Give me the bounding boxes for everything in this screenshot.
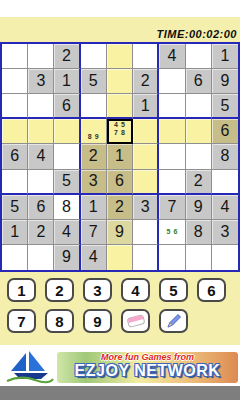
pencil-marks-r4c5: 4578	[108, 121, 131, 141]
sailboat-logo	[5, 350, 55, 388]
cell-r5c3[interactable]	[54, 144, 80, 169]
cell-r7c8[interactable]: 9	[186, 195, 212, 220]
cell-r7c1[interactable]: 5	[2, 195, 28, 220]
cell-r3c7[interactable]	[159, 94, 185, 119]
cell-r3c5[interactable]	[107, 94, 133, 119]
cell-r9c4[interactable]: 4	[81, 245, 107, 270]
cell-r1c2[interactable]	[28, 44, 54, 69]
cell-r1c1[interactable]	[2, 44, 28, 69]
cell-r9c7[interactable]	[159, 245, 185, 270]
cell-r8c1[interactable]: 1	[2, 220, 28, 245]
cell-r2c1[interactable]	[2, 69, 28, 94]
cell-r4c4[interactable]: 89	[81, 119, 107, 144]
cell-r9c5[interactable]	[107, 245, 133, 270]
cell-r8c9[interactable]: 3	[212, 220, 238, 245]
cell-r3c6[interactable]: 1	[133, 94, 159, 119]
cell-r8c8[interactable]: 8	[186, 220, 212, 245]
pencil-marks-r4c4: 89	[82, 121, 105, 141]
digit-key-2[interactable]: 2	[45, 278, 74, 302]
cell-r7c4[interactable]: 1	[81, 195, 107, 220]
cell-r3c8[interactable]	[186, 94, 212, 119]
pencil-icon	[165, 312, 183, 330]
bottom-bar	[0, 386, 240, 400]
cell-r2c7[interactable]	[159, 69, 185, 94]
cell-r1c5[interactable]	[107, 44, 133, 69]
cell-r9c3[interactable]: 9	[54, 245, 80, 270]
cell-r3c3[interactable]: 6	[54, 94, 80, 119]
cell-r6c9[interactable]	[212, 170, 238, 195]
digit-key-9[interactable]: 9	[83, 309, 112, 333]
cell-r1c7[interactable]: 4	[159, 44, 185, 69]
cell-r1c8[interactable]	[186, 44, 212, 69]
cell-r8c3[interactable]: 4	[54, 220, 80, 245]
timer-value: 00:02:00	[189, 28, 237, 40]
cell-r5c9[interactable]: 8	[212, 144, 238, 169]
digit-key-3[interactable]: 3	[83, 278, 112, 302]
sudoku-board: 2413152696158945786642185362568123794124…	[0, 42, 240, 272]
top-strip	[0, 0, 240, 17]
cell-r4c7[interactable]	[159, 119, 185, 144]
cell-r3c9[interactable]: 5	[212, 94, 238, 119]
banner-tagline: More fun Games from	[57, 352, 238, 362]
digit-key-5[interactable]: 5	[159, 278, 188, 302]
cell-r9c6[interactable]	[133, 245, 159, 270]
cell-r4c6[interactable]	[133, 119, 159, 144]
cell-r1c6[interactable]	[133, 44, 159, 69]
digit-key-1[interactable]: 1	[7, 278, 36, 302]
cell-r4c9[interactable]: 6	[212, 119, 238, 144]
number-keypad: 123456789	[0, 272, 240, 345]
cell-r8c5[interactable]: 9	[107, 220, 133, 245]
cell-r2c4[interactable]: 5	[81, 69, 107, 94]
cell-r5c4[interactable]: 2	[81, 144, 107, 169]
cell-r4c2[interactable]	[28, 119, 54, 144]
eraser-button[interactable]	[121, 309, 150, 333]
cell-r9c9[interactable]	[212, 245, 238, 270]
cell-r5c1[interactable]: 6	[2, 144, 28, 169]
cell-r7c5[interactable]: 2	[107, 195, 133, 220]
cell-r3c4[interactable]	[81, 94, 107, 119]
cell-r8c7[interactable]: 56	[159, 220, 185, 245]
cell-r6c2[interactable]	[28, 170, 54, 195]
cell-r7c7[interactable]: 7	[159, 195, 185, 220]
cell-r5c5[interactable]: 1	[107, 144, 133, 169]
cell-r4c8[interactable]	[186, 119, 212, 144]
cell-r3c2[interactable]	[28, 94, 54, 119]
cell-r7c6[interactable]: 3	[133, 195, 159, 220]
cell-r6c4[interactable]: 3	[81, 170, 107, 195]
timer: TIME:00:02:00	[157, 28, 238, 40]
cell-r6c8[interactable]: 2	[186, 170, 212, 195]
cell-r1c3[interactable]: 2	[54, 44, 80, 69]
cell-r4c3[interactable]	[54, 119, 80, 144]
cell-r8c2[interactable]: 2	[28, 220, 54, 245]
digit-key-8[interactable]: 8	[45, 309, 74, 333]
digit-key-6[interactable]: 6	[197, 278, 226, 302]
cell-r2c2[interactable]: 3	[28, 69, 54, 94]
cell-r1c9[interactable]: 1	[212, 44, 238, 69]
cell-r1c4[interactable]	[81, 44, 107, 69]
cell-r5c6[interactable]	[133, 144, 159, 169]
pencil-marks-r8c7: 56	[160, 222, 183, 242]
cell-r9c8[interactable]	[186, 245, 212, 270]
cell-r6c1[interactable]	[2, 170, 28, 195]
pencil-button[interactable]	[159, 309, 188, 333]
cell-r8c6[interactable]	[133, 220, 159, 245]
keypad-row-2: 789	[7, 309, 240, 333]
cell-r6c7[interactable]	[159, 170, 185, 195]
sudoku-app: TIME:00:02:00 24131526961589457866421853…	[0, 0, 240, 400]
digit-key-4[interactable]: 4	[121, 278, 150, 302]
cell-r2c9[interactable]: 9	[212, 69, 238, 94]
banner-brand: EZJOY NETWORK	[57, 362, 238, 380]
cell-r7c9[interactable]: 4	[212, 195, 238, 220]
cell-r5c7[interactable]	[159, 144, 185, 169]
cell-r6c6[interactable]	[133, 170, 159, 195]
cell-r8c4[interactable]: 7	[81, 220, 107, 245]
digit-key-7[interactable]: 7	[7, 309, 36, 333]
cell-r4c1[interactable]	[2, 119, 28, 144]
cell-r7c3[interactable]: 8	[54, 195, 80, 220]
eraser-icon	[126, 313, 146, 329]
cell-r3c1[interactable]	[2, 94, 28, 119]
keypad-row-1: 123456	[7, 278, 240, 302]
cell-r2c8[interactable]: 6	[186, 69, 212, 94]
cell-r2c5[interactable]	[107, 69, 133, 94]
cell-r9c2[interactable]	[28, 245, 54, 270]
cell-r6c3[interactable]: 5	[54, 170, 80, 195]
ad-banner[interactable]: More fun Games from EZJOY NETWORK	[0, 350, 240, 386]
cell-r4c5[interactable]: 4578	[107, 119, 133, 144]
cell-r5c8[interactable]	[186, 144, 212, 169]
cell-r6c5[interactable]: 6	[107, 170, 133, 195]
cell-r5c2[interactable]: 4	[28, 144, 54, 169]
cell-r7c2[interactable]: 6	[28, 195, 54, 220]
cell-r2c3[interactable]: 1	[54, 69, 80, 94]
cell-r2c6[interactable]: 2	[133, 69, 159, 94]
header-bar: TIME:00:02:00	[0, 17, 240, 42]
cell-r9c1[interactable]	[2, 245, 28, 270]
timer-label: TIME:	[157, 28, 189, 40]
